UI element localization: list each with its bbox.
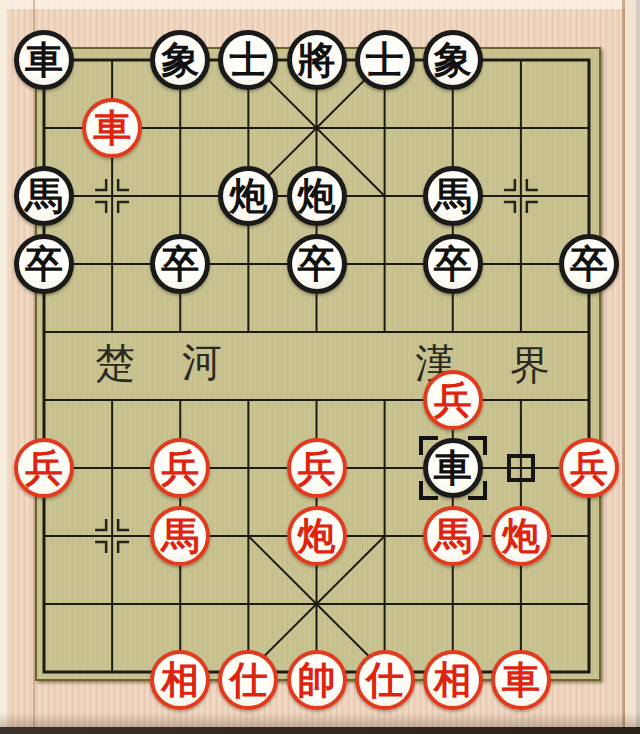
piece-glyph: 炮 — [229, 177, 267, 215]
piece-glyph: 兵 — [25, 449, 63, 487]
piece-black-advisor[interactable]: 士 — [218, 30, 278, 90]
piece-red-chariot[interactable]: 車 — [82, 98, 142, 158]
piece-black-soldier[interactable]: 卒 — [150, 234, 210, 294]
xiangqi-app: 楚 河 漢 界 車象士將士象車馬炮炮馬卒卒卒卒卒兵兵兵兵車兵馬炮馬炮相仕帥仕相車 — [0, 0, 640, 734]
piece-red-soldier[interactable]: 兵 — [150, 438, 210, 498]
piece-glyph: 卒 — [25, 245, 63, 283]
piece-red-advisor[interactable]: 仕 — [218, 650, 278, 710]
piece-red-cannon[interactable]: 炮 — [491, 506, 551, 566]
piece-black-soldier[interactable]: 卒 — [287, 234, 347, 294]
piece-glyph: 車 — [93, 109, 131, 147]
piece-glyph: 仕 — [229, 661, 267, 699]
piece-glyph: 卒 — [161, 245, 199, 283]
piece-glyph: 馬 — [434, 177, 472, 215]
piece-glyph: 士 — [229, 41, 267, 79]
piece-black-advisor[interactable]: 士 — [355, 30, 415, 90]
piece-glyph: 馬 — [434, 517, 472, 555]
frame-bevel-left — [0, 0, 7, 734]
piece-black-soldier[interactable]: 卒 — [559, 234, 619, 294]
piece-black-soldier[interactable]: 卒 — [14, 234, 74, 294]
piece-glyph: 帥 — [298, 661, 336, 699]
piece-black-cannon[interactable]: 炮 — [218, 166, 278, 226]
piece-glyph: 炮 — [502, 517, 540, 555]
frame-edge-right — [636, 0, 640, 734]
piece-black-chariot[interactable]: 車 — [14, 30, 74, 90]
piece-glyph: 車 — [502, 661, 540, 699]
piece-black-horse[interactable]: 馬 — [423, 166, 483, 226]
piece-glyph: 相 — [434, 661, 472, 699]
piece-red-soldier[interactable]: 兵 — [287, 438, 347, 498]
piece-glyph: 車 — [434, 449, 472, 487]
piece-glyph: 象 — [161, 41, 199, 79]
piece-glyph: 兵 — [570, 449, 608, 487]
piece-glyph: 兵 — [161, 449, 199, 487]
piece-black-elephant[interactable]: 象 — [423, 30, 483, 90]
frame-bevel-top — [0, 0, 640, 9]
piece-red-horse[interactable]: 馬 — [423, 506, 483, 566]
piece-red-general[interactable]: 帥 — [287, 650, 347, 710]
piece-glyph: 馬 — [25, 177, 63, 215]
piece-glyph: 將 — [298, 41, 336, 79]
frame-shadow-bottom — [0, 712, 640, 727]
piece-glyph: 卒 — [298, 245, 336, 283]
piece-glyph: 兵 — [434, 381, 472, 419]
move-origin-marker — [507, 454, 535, 482]
piece-red-soldier[interactable]: 兵 — [423, 370, 483, 430]
frame-edge-bottom — [0, 727, 640, 734]
piece-red-advisor[interactable]: 仕 — [355, 650, 415, 710]
piece-black-cannon[interactable]: 炮 — [287, 166, 347, 226]
piece-red-chariot[interactable]: 車 — [491, 650, 551, 710]
piece-glyph: 相 — [161, 661, 199, 699]
piece-glyph: 炮 — [298, 177, 336, 215]
piece-glyph: 仕 — [366, 661, 404, 699]
piece-black-chariot[interactable]: 車 — [423, 438, 483, 498]
piece-red-soldier[interactable]: 兵 — [559, 438, 619, 498]
piece-glyph: 車 — [25, 41, 63, 79]
piece-glyph: 卒 — [434, 245, 472, 283]
piece-glyph: 士 — [366, 41, 404, 79]
piece-black-soldier[interactable]: 卒 — [423, 234, 483, 294]
piece-red-horse[interactable]: 馬 — [150, 506, 210, 566]
piece-glyph: 兵 — [298, 449, 336, 487]
piece-glyph: 象 — [434, 41, 472, 79]
piece-red-elephant[interactable]: 相 — [150, 650, 210, 710]
piece-red-cannon[interactable]: 炮 — [287, 506, 347, 566]
piece-red-soldier[interactable]: 兵 — [14, 438, 74, 498]
piece-glyph: 炮 — [298, 517, 336, 555]
frame-bevel-right — [625, 0, 636, 734]
piece-red-elephant[interactable]: 相 — [423, 650, 483, 710]
piece-black-horse[interactable]: 馬 — [14, 166, 74, 226]
piece-glyph: 馬 — [161, 517, 199, 555]
piece-black-general[interactable]: 將 — [287, 30, 347, 90]
piece-glyph: 卒 — [570, 245, 608, 283]
piece-black-elephant[interactable]: 象 — [150, 30, 210, 90]
